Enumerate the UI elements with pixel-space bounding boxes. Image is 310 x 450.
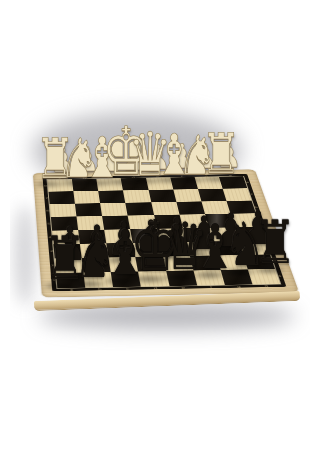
pieces-layer: ♟♟♟♟♟♟♟♟♜♞♝♚♛♝♞♜♟♟♟♟♟♟♟♟♜♞♝♚♛♝♞♜ [10,0,310,450]
white-rook: ♜ [201,126,241,182]
black-rook: ♜ [253,212,296,272]
product-photo: aa11bb22cc33dd44ee55ff66gg77hh88 ♟♟♟♟♟♟♟… [10,0,310,450]
